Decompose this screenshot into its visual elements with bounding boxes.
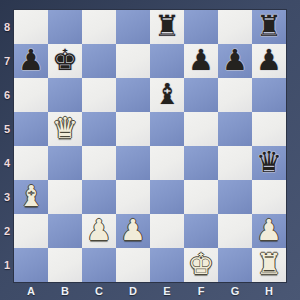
piece-black-pawn[interactable]: ♟ — [184, 44, 218, 78]
square-c5[interactable] — [82, 112, 116, 146]
square-h7[interactable]: ♟ — [252, 44, 286, 78]
piece-black-queen[interactable]: ♛ — [252, 146, 286, 180]
square-e5[interactable] — [150, 112, 184, 146]
square-c2[interactable]: ♟ — [82, 214, 116, 248]
file-label-h: H — [252, 283, 286, 298]
chess-board: ♜♜♟♚♟♟♟♝♛♛♝♟♟♟♚♜ — [14, 10, 286, 282]
piece-white-pawn[interactable]: ♟ — [116, 214, 150, 248]
square-b3[interactable] — [48, 180, 82, 214]
square-g7[interactable]: ♟ — [218, 44, 252, 78]
file-label-g: G — [218, 283, 252, 298]
square-e6[interactable]: ♝ — [150, 78, 184, 112]
square-f7[interactable]: ♟ — [184, 44, 218, 78]
square-f8[interactable] — [184, 10, 218, 44]
square-f3[interactable] — [184, 180, 218, 214]
square-e7[interactable] — [150, 44, 184, 78]
square-a8[interactable] — [14, 10, 48, 44]
rank-label-7: 7 — [0, 44, 14, 78]
piece-white-bishop[interactable]: ♝ — [14, 180, 48, 214]
piece-white-queen[interactable]: ♛ — [48, 112, 82, 146]
square-a7[interactable]: ♟ — [14, 44, 48, 78]
square-b6[interactable] — [48, 78, 82, 112]
square-e3[interactable] — [150, 180, 184, 214]
square-f6[interactable] — [184, 78, 218, 112]
square-g6[interactable] — [218, 78, 252, 112]
piece-black-bishop[interactable]: ♝ — [150, 78, 184, 112]
square-d1[interactable] — [116, 248, 150, 282]
square-b7[interactable]: ♚ — [48, 44, 82, 78]
square-c4[interactable] — [82, 146, 116, 180]
square-g1[interactable] — [218, 248, 252, 282]
square-g5[interactable] — [218, 112, 252, 146]
square-d3[interactable] — [116, 180, 150, 214]
square-a4[interactable] — [14, 146, 48, 180]
square-f2[interactable] — [184, 214, 218, 248]
square-e4[interactable] — [150, 146, 184, 180]
piece-black-rook[interactable]: ♜ — [150, 10, 184, 44]
square-g4[interactable] — [218, 146, 252, 180]
square-h8[interactable]: ♜ — [252, 10, 286, 44]
square-e1[interactable] — [150, 248, 184, 282]
rank-label-2: 2 — [0, 214, 14, 248]
square-h1[interactable]: ♜ — [252, 248, 286, 282]
square-h4[interactable]: ♛ — [252, 146, 286, 180]
square-d8[interactable] — [116, 10, 150, 44]
square-b8[interactable] — [48, 10, 82, 44]
rank-label-3: 3 — [0, 180, 14, 214]
piece-black-pawn[interactable]: ♟ — [14, 44, 48, 78]
square-f5[interactable] — [184, 112, 218, 146]
piece-black-pawn[interactable]: ♟ — [252, 44, 286, 78]
square-g2[interactable] — [218, 214, 252, 248]
square-c3[interactable] — [82, 180, 116, 214]
piece-black-rook[interactable]: ♜ — [252, 10, 286, 44]
rank-labels: 87654321 — [0, 10, 14, 282]
board-frame: 87654321 ♜♜♟♚♟♟♟♝♛♛♝♟♟♟♚♜ ABCDEFGH — [0, 0, 300, 300]
square-c7[interactable] — [82, 44, 116, 78]
square-a6[interactable] — [14, 78, 48, 112]
square-b1[interactable] — [48, 248, 82, 282]
piece-black-pawn[interactable]: ♟ — [218, 44, 252, 78]
rank-label-8: 8 — [0, 10, 14, 44]
square-d2[interactable]: ♟ — [116, 214, 150, 248]
square-h6[interactable] — [252, 78, 286, 112]
square-b4[interactable] — [48, 146, 82, 180]
file-label-d: D — [116, 283, 150, 298]
piece-white-pawn[interactable]: ♟ — [82, 214, 116, 248]
square-d5[interactable] — [116, 112, 150, 146]
square-f4[interactable] — [184, 146, 218, 180]
rank-label-5: 5 — [0, 112, 14, 146]
square-d7[interactable] — [116, 44, 150, 78]
square-d6[interactable] — [116, 78, 150, 112]
square-a3[interactable]: ♝ — [14, 180, 48, 214]
file-label-b: B — [48, 283, 82, 298]
rank-label-4: 4 — [0, 146, 14, 180]
square-a1[interactable] — [14, 248, 48, 282]
file-label-e: E — [150, 283, 184, 298]
square-e8[interactable]: ♜ — [150, 10, 184, 44]
file-label-f: F — [184, 283, 218, 298]
piece-white-pawn[interactable]: ♟ — [252, 214, 286, 248]
rank-label-6: 6 — [0, 78, 14, 112]
square-h2[interactable]: ♟ — [252, 214, 286, 248]
file-label-a: A — [14, 283, 48, 298]
square-d4[interactable] — [116, 146, 150, 180]
square-f1[interactable]: ♚ — [184, 248, 218, 282]
square-e2[interactable] — [150, 214, 184, 248]
file-label-c: C — [82, 283, 116, 298]
square-a2[interactable] — [14, 214, 48, 248]
piece-black-king[interactable]: ♚ — [48, 44, 82, 78]
piece-white-rook[interactable]: ♜ — [252, 248, 286, 282]
square-h5[interactable] — [252, 112, 286, 146]
square-c6[interactable] — [82, 78, 116, 112]
square-g3[interactable] — [218, 180, 252, 214]
rank-label-1: 1 — [0, 248, 14, 282]
square-h3[interactable] — [252, 180, 286, 214]
square-c1[interactable] — [82, 248, 116, 282]
file-labels: ABCDEFGH — [14, 283, 286, 298]
square-b5[interactable]: ♛ — [48, 112, 82, 146]
square-c8[interactable] — [82, 10, 116, 44]
square-b2[interactable] — [48, 214, 82, 248]
square-a5[interactable] — [14, 112, 48, 146]
square-g8[interactable] — [218, 10, 252, 44]
piece-white-king[interactable]: ♚ — [184, 248, 218, 282]
